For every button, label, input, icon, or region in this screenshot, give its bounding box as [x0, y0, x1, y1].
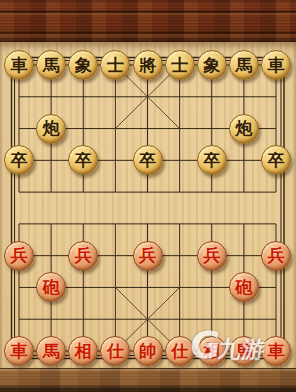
- piece-black-chariot[interactable]: 車: [4, 50, 34, 80]
- piece-character: 卒: [139, 152, 156, 169]
- piece-character: 將: [139, 57, 156, 74]
- piece-character: 車: [268, 57, 285, 74]
- piece-character: 兵: [139, 247, 156, 264]
- piece-character: 士: [107, 57, 124, 74]
- piece-red-advisor[interactable]: 仕: [165, 336, 195, 366]
- piece-red-horse[interactable]: 馬: [36, 336, 66, 366]
- piece-black-horse[interactable]: 馬: [36, 50, 66, 80]
- piece-black-elephant[interactable]: 象: [197, 50, 227, 80]
- piece-red-elephant[interactable]: 相: [68, 336, 98, 366]
- piece-character: 馬: [43, 343, 60, 360]
- piece-character: 卒: [268, 152, 285, 169]
- piece-red-soldier[interactable]: 兵: [68, 241, 98, 271]
- piece-character: 車: [11, 343, 28, 360]
- piece-character: 兵: [203, 247, 220, 264]
- piece-character: 砲: [235, 279, 252, 296]
- piece-red-cannon[interactable]: 砲: [229, 272, 259, 302]
- piece-character: 卒: [75, 152, 92, 169]
- piece-character: 仕: [171, 343, 188, 360]
- piece-red-elephant[interactable]: 相: [197, 336, 227, 366]
- piece-red-chariot[interactable]: 車: [4, 336, 34, 366]
- piece-character: 炮: [43, 120, 60, 137]
- piece-character: 帥: [139, 343, 156, 360]
- piece-black-advisor[interactable]: 士: [100, 50, 130, 80]
- piece-red-soldier[interactable]: 兵: [261, 241, 291, 271]
- piece-character: 馬: [43, 57, 60, 74]
- piece-red-chariot[interactable]: 車: [261, 336, 291, 366]
- piece-character: 相: [75, 343, 92, 360]
- piece-character: 卒: [11, 152, 28, 169]
- piece-black-soldier[interactable]: 卒: [197, 145, 227, 175]
- piece-black-horse[interactable]: 馬: [229, 50, 259, 80]
- piece-red-horse[interactable]: 馬: [229, 336, 259, 366]
- piece-red-soldier[interactable]: 兵: [197, 241, 227, 271]
- piece-character: 象: [75, 57, 92, 74]
- piece-character: 仕: [107, 343, 124, 360]
- piece-character: 馬: [235, 57, 252, 74]
- piece-black-soldier[interactable]: 卒: [261, 145, 291, 175]
- piece-black-cannon[interactable]: 炮: [36, 114, 66, 144]
- piece-black-advisor[interactable]: 士: [165, 50, 195, 80]
- piece-red-cannon[interactable]: 砲: [36, 272, 66, 302]
- piece-character: 象: [203, 57, 220, 74]
- piece-character: 士: [171, 57, 188, 74]
- piece-character: 兵: [75, 247, 92, 264]
- piece-black-soldier[interactable]: 卒: [133, 145, 163, 175]
- piece-character: 車: [268, 343, 285, 360]
- piece-character: 兵: [268, 247, 285, 264]
- piece-red-advisor[interactable]: 仕: [100, 336, 130, 366]
- xiangqi-game-screen: 車馬象士將士象馬車炮炮卒卒卒卒卒兵兵兵兵兵砲砲車馬相仕帥仕相馬車 G 九游: [0, 0, 296, 392]
- piece-character: 馬: [235, 343, 252, 360]
- piece-character: 炮: [235, 120, 252, 137]
- piece-character: 車: [11, 57, 28, 74]
- piece-red-soldier[interactable]: 兵: [133, 241, 163, 271]
- piece-black-cannon[interactable]: 炮: [229, 114, 259, 144]
- piece-black-elephant[interactable]: 象: [68, 50, 98, 80]
- piece-red-general[interactable]: 帥: [133, 336, 163, 366]
- piece-character: 相: [203, 343, 220, 360]
- piece-black-general[interactable]: 將: [133, 50, 163, 80]
- piece-character: 卒: [203, 152, 220, 169]
- piece-red-soldier[interactable]: 兵: [4, 241, 34, 271]
- piece-character: 砲: [43, 279, 60, 296]
- piece-black-soldier[interactable]: 卒: [68, 145, 98, 175]
- piece-character: 兵: [11, 247, 28, 264]
- piece-black-chariot[interactable]: 車: [261, 50, 291, 80]
- pieces-layer: 車馬象士將士象馬車炮炮卒卒卒卒卒兵兵兵兵兵砲砲車馬相仕帥仕相馬車: [0, 0, 296, 392]
- piece-black-soldier[interactable]: 卒: [4, 145, 34, 175]
